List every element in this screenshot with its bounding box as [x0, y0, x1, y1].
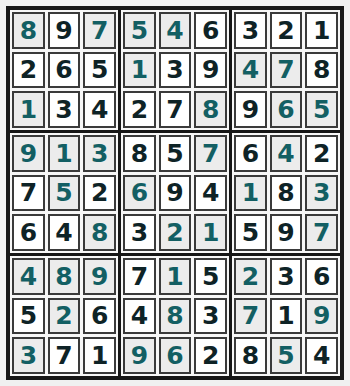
- cell-r8c3[interactable]: 6: [83, 298, 116, 335]
- sudoku-box-0-2: 321478965: [232, 10, 340, 130]
- cell-r5c7[interactable]: 1: [234, 175, 267, 212]
- cell-r4c3[interactable]: 3: [83, 135, 116, 172]
- cell-r2c6[interactable]: 9: [194, 52, 227, 89]
- sudoku-box-2-1: 715483962: [121, 256, 229, 376]
- cell-r6c9[interactable]: 7: [305, 214, 338, 251]
- cell-r2c5[interactable]: 3: [159, 52, 192, 89]
- cell-r3c6[interactable]: 8: [194, 91, 227, 128]
- cell-r3c7[interactable]: 9: [234, 91, 267, 128]
- cell-r6c1[interactable]: 6: [12, 214, 45, 251]
- cell-r4c4[interactable]: 8: [123, 135, 156, 172]
- cell-r7c4[interactable]: 7: [123, 258, 156, 295]
- cell-r8c4[interactable]: 4: [123, 298, 156, 335]
- cell-r6c7[interactable]: 5: [234, 214, 267, 251]
- cell-r4c6[interactable]: 7: [194, 135, 227, 172]
- cell-r3c5[interactable]: 7: [159, 91, 192, 128]
- cell-r4c9[interactable]: 2: [305, 135, 338, 172]
- sudoku-box-1-1: 857694321: [121, 133, 229, 253]
- cell-r5c9[interactable]: 3: [305, 175, 338, 212]
- cell-r9c8[interactable]: 5: [270, 337, 303, 374]
- cell-r8c6[interactable]: 3: [194, 298, 227, 335]
- cell-r3c2[interactable]: 3: [48, 91, 81, 128]
- cell-r1c6[interactable]: 6: [194, 12, 227, 49]
- cell-r5c4[interactable]: 6: [123, 175, 156, 212]
- cell-r1c8[interactable]: 2: [270, 12, 303, 49]
- cell-r8c7[interactable]: 7: [234, 298, 267, 335]
- cell-r6c6[interactable]: 1: [194, 214, 227, 251]
- cell-r9c5[interactable]: 6: [159, 337, 192, 374]
- cell-r7c6[interactable]: 5: [194, 258, 227, 295]
- sudoku-board: 8972651345461392783214789659137526488576…: [6, 6, 344, 380]
- cell-r5c1[interactable]: 7: [12, 175, 45, 212]
- cell-r1c2[interactable]: 9: [48, 12, 81, 49]
- cell-r8c5[interactable]: 8: [159, 298, 192, 335]
- cell-r1c1[interactable]: 8: [12, 12, 45, 49]
- cell-r9c7[interactable]: 8: [234, 337, 267, 374]
- cell-r2c3[interactable]: 5: [83, 52, 116, 89]
- cell-r2c1[interactable]: 2: [12, 52, 45, 89]
- cell-r1c5[interactable]: 4: [159, 12, 192, 49]
- cell-r7c3[interactable]: 9: [83, 258, 116, 295]
- sudoku-box-1-2: 642183597: [232, 133, 340, 253]
- cell-r7c1[interactable]: 4: [12, 258, 45, 295]
- cell-r4c1[interactable]: 9: [12, 135, 45, 172]
- sudoku-page: 8972651345461392783214789659137526488576…: [0, 0, 350, 386]
- cell-r8c2[interactable]: 2: [48, 298, 81, 335]
- cell-r5c5[interactable]: 9: [159, 175, 192, 212]
- sudoku-box-2-0: 489526371: [10, 256, 118, 376]
- cell-r1c4[interactable]: 5: [123, 12, 156, 49]
- cell-r5c8[interactable]: 8: [270, 175, 303, 212]
- cell-r3c9[interactable]: 5: [305, 91, 338, 128]
- cell-r2c2[interactable]: 6: [48, 52, 81, 89]
- cell-r4c7[interactable]: 6: [234, 135, 267, 172]
- cell-r4c5[interactable]: 5: [159, 135, 192, 172]
- cell-r7c2[interactable]: 8: [48, 258, 81, 295]
- cell-r2c4[interactable]: 1: [123, 52, 156, 89]
- cell-r7c9[interactable]: 6: [305, 258, 338, 295]
- cell-r2c7[interactable]: 4: [234, 52, 267, 89]
- cell-r9c2[interactable]: 7: [48, 337, 81, 374]
- cell-r3c4[interactable]: 2: [123, 91, 156, 128]
- sudoku-box-1-0: 913752648: [10, 133, 118, 253]
- cell-r1c7[interactable]: 3: [234, 12, 267, 49]
- cell-r3c3[interactable]: 4: [83, 91, 116, 128]
- cell-r6c4[interactable]: 3: [123, 214, 156, 251]
- cell-r9c6[interactable]: 2: [194, 337, 227, 374]
- cell-r6c3[interactable]: 8: [83, 214, 116, 251]
- sudoku-box-0-1: 546139278: [121, 10, 229, 130]
- cell-r4c8[interactable]: 4: [270, 135, 303, 172]
- cell-r5c2[interactable]: 5: [48, 175, 81, 212]
- cell-r5c3[interactable]: 2: [83, 175, 116, 212]
- cell-r7c5[interactable]: 1: [159, 258, 192, 295]
- sudoku-box-0-0: 897265134: [10, 10, 118, 130]
- cell-r6c5[interactable]: 2: [159, 214, 192, 251]
- cell-r7c7[interactable]: 2: [234, 258, 267, 295]
- cell-r2c8[interactable]: 7: [270, 52, 303, 89]
- cell-r3c1[interactable]: 1: [12, 91, 45, 128]
- cell-r9c3[interactable]: 1: [83, 337, 116, 374]
- cell-r6c8[interactable]: 9: [270, 214, 303, 251]
- cell-r6c2[interactable]: 4: [48, 214, 81, 251]
- sudoku-box-2-2: 236719854: [232, 256, 340, 376]
- cell-r2c9[interactable]: 8: [305, 52, 338, 89]
- cell-r4c2[interactable]: 1: [48, 135, 81, 172]
- cell-r9c4[interactable]: 9: [123, 337, 156, 374]
- cell-r8c1[interactable]: 5: [12, 298, 45, 335]
- cell-r1c3[interactable]: 7: [83, 12, 116, 49]
- cell-r5c6[interactable]: 4: [194, 175, 227, 212]
- cell-r7c8[interactable]: 3: [270, 258, 303, 295]
- cell-r1c9[interactable]: 1: [305, 12, 338, 49]
- cell-r9c1[interactable]: 3: [12, 337, 45, 374]
- cell-r3c8[interactable]: 6: [270, 91, 303, 128]
- cell-r8c9[interactable]: 9: [305, 298, 338, 335]
- cell-r8c8[interactable]: 1: [270, 298, 303, 335]
- cell-r9c9[interactable]: 4: [305, 337, 338, 374]
